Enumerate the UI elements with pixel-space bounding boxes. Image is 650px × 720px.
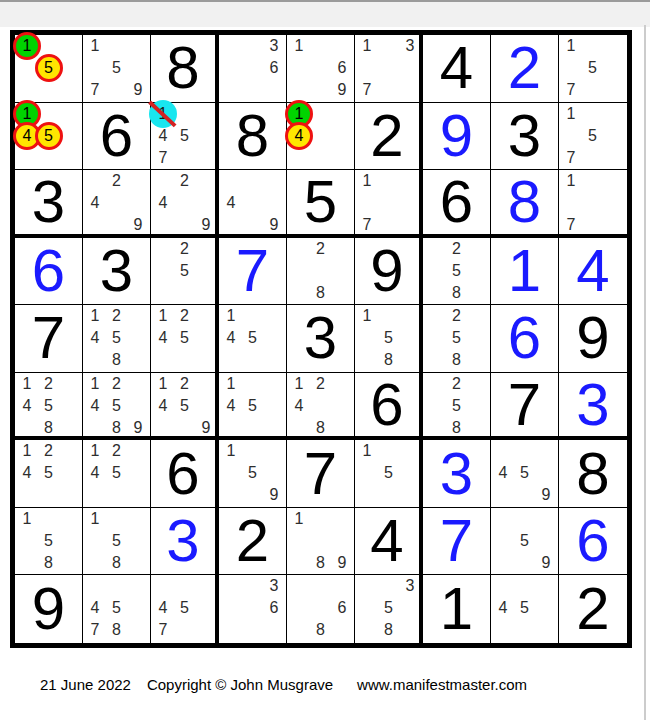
cell-r9c5[interactable]: 68 [287, 575, 355, 643]
cell-r4c9[interactable]: 4 [559, 238, 627, 306]
cell-r9c9[interactable]: 2 [559, 575, 627, 643]
candidate-5: 5 [514, 462, 536, 484]
cell-r6c7[interactable]: 258 [423, 373, 491, 441]
given-digit: 5 [287, 170, 354, 234]
candidate-1: 1 [560, 103, 582, 125]
solved-digit: 7 [219, 238, 286, 305]
candidate-5: 5 [174, 395, 196, 417]
candidate-5: 5 [582, 57, 604, 79]
candidate-5: 5 [38, 395, 60, 417]
candidate-2: 2 [446, 373, 468, 395]
candidate-8: 8 [446, 417, 468, 439]
cell-r2c7[interactable]: 9 [423, 103, 491, 171]
cell-r9c6[interactable]: 358 [355, 575, 423, 643]
cell-r8c7[interactable]: 7 [423, 508, 491, 576]
cell-r8c4[interactable]: 2 [219, 508, 287, 576]
candidate-5: 5 [582, 125, 604, 147]
candidate-5: 5 [514, 530, 536, 552]
candidate-4: 4 [220, 395, 242, 417]
solved-digit: 2 [491, 35, 558, 102]
candidate-5: 5 [514, 597, 536, 619]
candidate-8: 8 [38, 417, 60, 439]
candidate-3: 3 [399, 575, 421, 597]
given-digit: 8 [219, 103, 286, 170]
cell-r1c6[interactable]: 137 [355, 35, 423, 103]
candidate-1: 1 [288, 508, 310, 530]
candidate-2: 2 [174, 373, 196, 395]
candidate-2: 2 [106, 170, 128, 192]
cell-r2c1[interactable]: 145 [15, 103, 83, 171]
candidate-2: 2 [106, 373, 128, 395]
candidate-2: 2 [310, 238, 332, 260]
cell-r3c1[interactable]: 3 [15, 170, 83, 238]
candidate-1: 1 [288, 35, 310, 57]
cell-r7c8[interactable]: 459 [491, 440, 559, 508]
candidate-5: 5 [174, 260, 196, 282]
cell-r8c1[interactable]: 158 [15, 508, 83, 576]
candidate-9: 9 [127, 214, 149, 236]
candidate-5: 5 [106, 530, 128, 552]
candidate-4: 4 [84, 192, 106, 214]
candidate-4: 4 [84, 597, 106, 619]
cell-r2c2[interactable]: 6 [83, 103, 151, 171]
cell-r3c5[interactable]: 5 [287, 170, 355, 238]
candidate-4: 4 [152, 597, 174, 619]
candidate-7: 7 [560, 214, 582, 236]
cell-r8c8[interactable]: 59 [491, 508, 559, 576]
cell-r8c9[interactable]: 6 [559, 508, 627, 576]
cell-r7c1[interactable]: 1245 [15, 440, 83, 508]
cell-r7c6[interactable]: 15 [355, 440, 423, 508]
candidate-8: 8 [310, 552, 332, 574]
solved-digit: 6 [15, 238, 82, 305]
given-digit: 3 [15, 170, 82, 234]
given-digit: 6 [423, 170, 490, 234]
cell-r9c4[interactable]: 36 [219, 575, 287, 643]
cell-r3c6[interactable]: 17 [355, 170, 423, 238]
candidate-7: 7 [84, 79, 106, 101]
candidate-1: 1 [84, 373, 106, 395]
cell-r7c2[interactable]: 1245 [83, 440, 151, 508]
given-digit: 7 [491, 373, 558, 437]
footer-date: 21 June 2022 [40, 676, 131, 693]
candidate-5: 5 [106, 395, 128, 417]
cell-r9c1[interactable]: 9 [15, 575, 83, 643]
candidate-4: 4 [16, 462, 38, 484]
cell-r5c1[interactable]: 7 [15, 305, 83, 373]
candidate-3: 3 [399, 35, 421, 57]
yellow-circle-candidate-4: 4 [285, 122, 313, 150]
candidate-5: 5 [446, 260, 468, 282]
given-digit: 6 [355, 373, 419, 437]
given-digit: 4 [423, 35, 490, 102]
cell-r4c3[interactable]: 25 [151, 238, 219, 306]
candidate-5: 5 [378, 462, 400, 484]
candidate-1: 1 [356, 170, 378, 192]
candidate-5: 5 [174, 125, 196, 147]
candidate-9: 9 [195, 417, 217, 439]
candidate-8: 8 [106, 552, 128, 574]
candidate-4: 4 [152, 192, 174, 214]
candidate-8: 8 [310, 619, 332, 641]
given-digit: 6 [83, 103, 150, 170]
cyan-eliminated-candidate-1: 1 [149, 100, 177, 128]
candidate-9: 9 [195, 214, 217, 236]
yellow-circle-candidate-5: 5 [35, 122, 63, 150]
candidate-1: 1 [152, 373, 174, 395]
solved-digit: 3 [151, 508, 215, 575]
given-digit: 8 [151, 35, 215, 102]
candidate-5: 5 [106, 327, 128, 349]
cell-r2c4[interactable]: 8 [219, 103, 287, 171]
candidate-5: 5 [106, 462, 128, 484]
candidate-7: 7 [560, 79, 582, 101]
cell-r2c3[interactable]: 1457 [151, 103, 219, 171]
candidate-8: 8 [38, 552, 60, 574]
solved-digit: 1 [491, 238, 558, 305]
given-digit: 3 [83, 238, 150, 305]
candidate-2: 2 [106, 440, 128, 462]
candidate-1: 1 [288, 373, 310, 395]
cell-r3c9[interactable]: 17 [559, 170, 627, 238]
candidate-1: 1 [220, 373, 242, 395]
footer: 21 June 2022Copyright © John Musgravewww… [40, 676, 527, 693]
cell-r3c2[interactable]: 249 [83, 170, 151, 238]
footer-copyright: Copyright © John Musgrave [147, 676, 333, 693]
candidate-2: 2 [174, 170, 196, 192]
candidate-1: 1 [84, 35, 106, 57]
green-circle-candidate-1: 1 [13, 32, 41, 60]
candidate-1: 1 [560, 35, 582, 57]
cell-r3c8[interactable]: 8 [491, 170, 559, 238]
solved-digit: 6 [559, 508, 627, 575]
given-digit: 2 [355, 103, 419, 170]
cell-r6c9[interactable]: 3 [559, 373, 627, 441]
cell-r6c1[interactable]: 12458 [15, 373, 83, 441]
page-top-band [0, 0, 650, 27]
cell-r5c4[interactable]: 145 [219, 305, 287, 373]
candidate-4: 4 [492, 462, 514, 484]
cell-r1c2[interactable]: 1579 [83, 35, 151, 103]
cell-r4c7[interactable]: 258 [423, 238, 491, 306]
solved-digit: 6 [491, 305, 558, 372]
candidate-8: 8 [106, 417, 128, 439]
candidate-4: 4 [152, 125, 174, 147]
given-digit: 1 [423, 575, 490, 643]
candidate-2: 2 [174, 305, 196, 327]
candidate-5: 5 [446, 395, 468, 417]
candidate-4: 4 [288, 395, 310, 417]
candidate-9: 9 [331, 79, 353, 101]
cell-r7c3[interactable]: 6 [151, 440, 219, 508]
candidate-2: 2 [174, 238, 196, 260]
cell-r5c7[interactable]: 258 [423, 305, 491, 373]
candidate-1: 1 [152, 305, 174, 327]
cell-r4c2[interactable]: 3 [83, 238, 151, 306]
candidate-5: 5 [446, 327, 468, 349]
candidate-5: 5 [174, 327, 196, 349]
candidate-8: 8 [310, 282, 332, 304]
candidate-8: 8 [310, 417, 332, 439]
candidate-5: 5 [242, 327, 264, 349]
candidate-7: 7 [356, 79, 378, 101]
candidate-2: 2 [310, 373, 332, 395]
cell-r5c2[interactable]: 12458 [83, 305, 151, 373]
cell-r2c5[interactable]: 14 [287, 103, 355, 171]
candidate-1: 1 [16, 373, 38, 395]
given-digit: 7 [287, 440, 354, 507]
solved-digit: 3 [559, 373, 627, 437]
candidate-6: 6 [331, 57, 353, 79]
solved-digit: 7 [423, 508, 490, 575]
solved-digit: 9 [423, 103, 490, 170]
candidate-5: 5 [378, 597, 400, 619]
candidate-2: 2 [446, 305, 468, 327]
candidate-8: 8 [106, 349, 128, 371]
given-digit: 2 [219, 508, 286, 575]
given-digit: 4 [355, 508, 419, 575]
candidate-7: 7 [560, 147, 582, 169]
given-digit: 7 [15, 305, 82, 372]
candidate-4: 4 [152, 395, 174, 417]
cell-r1c5[interactable]: 169 [287, 35, 355, 103]
candidate-1: 1 [84, 440, 106, 462]
cell-r6c2[interactable]: 124589 [83, 373, 151, 441]
candidate-5: 5 [174, 597, 196, 619]
cell-r4c5[interactable]: 28 [287, 238, 355, 306]
candidate-1: 1 [84, 305, 106, 327]
candidate-2: 2 [446, 238, 468, 260]
candidate-7: 7 [152, 147, 174, 169]
candidate-7: 7 [152, 619, 174, 641]
candidate-8: 8 [378, 349, 400, 371]
cell-r1c7[interactable]: 4 [423, 35, 491, 103]
cell-r8c2[interactable]: 158 [83, 508, 151, 576]
candidate-4: 4 [220, 192, 242, 214]
cell-r1c4[interactable]: 36 [219, 35, 287, 103]
footer-website: www.manifestmaster.com [357, 676, 527, 693]
candidate-1: 1 [220, 305, 242, 327]
cell-r7c5[interactable]: 7 [287, 440, 355, 508]
candidate-5: 5 [242, 462, 264, 484]
sudoku-board: 1515798361691374215714561457814293157324… [10, 30, 632, 648]
candidate-2: 2 [106, 305, 128, 327]
candidate-3: 3 [263, 575, 285, 597]
candidate-9: 9 [263, 484, 285, 506]
page-right-edge [644, 25, 646, 720]
given-digit: 9 [559, 305, 627, 372]
cell-r5c8[interactable]: 6 [491, 305, 559, 373]
given-digit: 2 [559, 575, 627, 643]
candidate-4: 4 [84, 395, 106, 417]
cell-r5c9[interactable]: 9 [559, 305, 627, 373]
solved-digit: 4 [559, 238, 627, 305]
cell-r5c6[interactable]: 158 [355, 305, 423, 373]
cell-r8c5[interactable]: 189 [287, 508, 355, 576]
candidate-9: 9 [263, 214, 285, 236]
candidate-4: 4 [152, 327, 174, 349]
candidate-9: 9 [127, 417, 149, 439]
candidate-5: 5 [106, 597, 128, 619]
candidate-9: 9 [535, 484, 557, 506]
candidate-5: 5 [378, 327, 400, 349]
candidate-8: 8 [378, 619, 400, 641]
candidate-4: 4 [84, 327, 106, 349]
cell-r6c3[interactable]: 12459 [151, 373, 219, 441]
cell-r4c1[interactable]: 6 [15, 238, 83, 306]
cell-r2c6[interactable]: 2 [355, 103, 423, 171]
candidate-4: 4 [220, 327, 242, 349]
cell-r9c3[interactable]: 457 [151, 575, 219, 643]
candidate-7: 7 [356, 214, 378, 236]
candidate-1: 1 [356, 305, 378, 327]
cell-r3c4[interactable]: 49 [219, 170, 287, 238]
cell-r7c9[interactable]: 8 [559, 440, 627, 508]
cell-r8c6[interactable]: 4 [355, 508, 423, 576]
candidate-2: 2 [38, 440, 60, 462]
cell-r6c4[interactable]: 145 [219, 373, 287, 441]
cell-r2c9[interactable]: 157 [559, 103, 627, 171]
candidate-7: 7 [84, 619, 106, 641]
cell-r1c8[interactable]: 2 [491, 35, 559, 103]
candidate-1: 1 [356, 440, 378, 462]
given-digit: 6 [151, 440, 215, 507]
cell-r4c8[interactable]: 1 [491, 238, 559, 306]
candidate-1: 1 [84, 508, 106, 530]
given-digit: 3 [491, 103, 558, 170]
candidate-4: 4 [84, 462, 106, 484]
candidate-1: 1 [16, 440, 38, 462]
candidate-6: 6 [263, 57, 285, 79]
cell-r5c5[interactable]: 3 [287, 305, 355, 373]
candidate-4: 4 [16, 395, 38, 417]
candidate-5: 5 [242, 395, 264, 417]
candidate-8: 8 [446, 282, 468, 304]
cell-r3c3[interactable]: 249 [151, 170, 219, 238]
cell-r8c3[interactable]: 3 [151, 508, 219, 576]
candidate-5: 5 [106, 57, 128, 79]
cell-r4c4[interactable]: 7 [219, 238, 287, 306]
candidate-9: 9 [535, 552, 557, 574]
cell-r1c3[interactable]: 8 [151, 35, 219, 103]
candidate-5: 5 [38, 462, 60, 484]
given-digit: 9 [15, 575, 82, 643]
candidate-1: 1 [356, 35, 378, 57]
candidate-6: 6 [331, 597, 353, 619]
candidate-1: 1 [16, 508, 38, 530]
cell-r7c7[interactable]: 3 [423, 440, 491, 508]
cell-r6c5[interactable]: 1248 [287, 373, 355, 441]
cell-r6c6[interactable]: 6 [355, 373, 423, 441]
candidate-8: 8 [106, 619, 128, 641]
cell-r9c8[interactable]: 45 [491, 575, 559, 643]
cell-r1c9[interactable]: 157 [559, 35, 627, 103]
candidate-8: 8 [446, 349, 468, 371]
cell-r7c4[interactable]: 159 [219, 440, 287, 508]
candidate-5: 5 [38, 530, 60, 552]
cell-r4c6[interactable]: 9 [355, 238, 423, 306]
given-digit: 3 [287, 305, 354, 372]
solved-digit: 3 [423, 440, 490, 507]
candidate-3: 3 [263, 35, 285, 57]
cell-r1c1[interactable]: 15 [15, 35, 83, 103]
candidate-9: 9 [127, 79, 149, 101]
candidate-4: 4 [492, 597, 514, 619]
cell-r6c8[interactable]: 7 [491, 373, 559, 441]
cell-r9c7[interactable]: 1 [423, 575, 491, 643]
cell-r3c7[interactable]: 6 [423, 170, 491, 238]
cell-r2c8[interactable]: 3 [491, 103, 559, 171]
candidate-2: 2 [38, 373, 60, 395]
cell-r5c3[interactable]: 1245 [151, 305, 219, 373]
candidate-1: 1 [560, 170, 582, 192]
yellow-circle-candidate-5: 5 [35, 54, 63, 82]
candidate-9: 9 [331, 552, 353, 574]
solved-digit: 8 [491, 170, 558, 234]
cell-r9c2[interactable]: 4578 [83, 575, 151, 643]
given-digit: 8 [559, 440, 627, 507]
candidate-6: 6 [263, 597, 285, 619]
given-digit: 9 [355, 238, 419, 305]
candidate-1: 1 [220, 440, 242, 462]
